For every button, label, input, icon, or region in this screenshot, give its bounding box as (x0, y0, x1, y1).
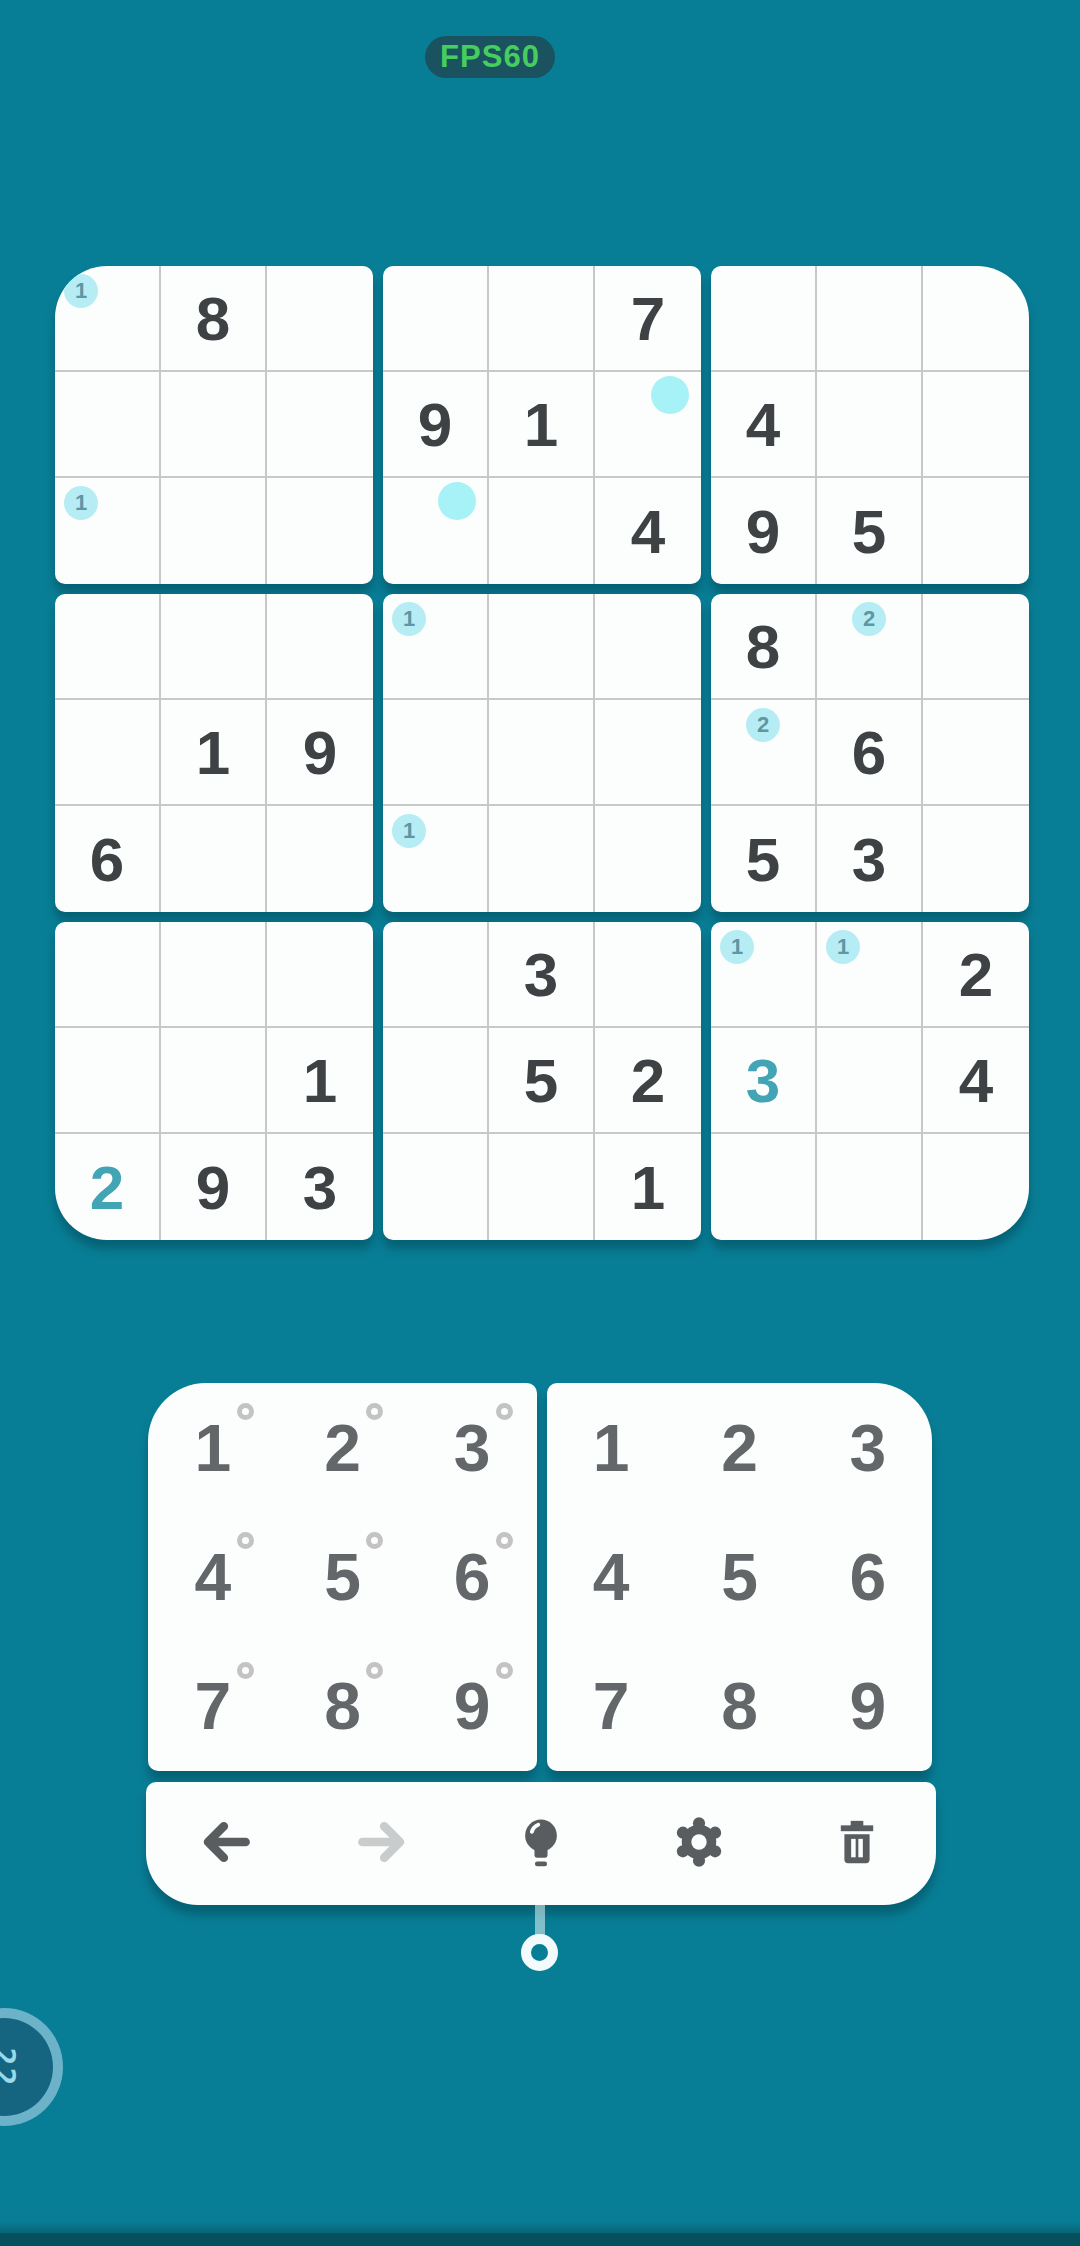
cell-r3c7[interactable]: 9 (711, 478, 817, 584)
cell-r9c3[interactable]: 3 (267, 1134, 373, 1240)
note-ring-icon (496, 1662, 513, 1679)
notes-pad-button-4[interactable]: 4 (148, 1512, 278, 1641)
number-pad-button-8[interactable]: 8 (675, 1642, 803, 1771)
notes-pad-button-5[interactable]: 5 (278, 1512, 408, 1641)
pad-digit-label: 8 (324, 1668, 361, 1744)
given-digit: 5 (489, 1028, 593, 1132)
cell-r3c3[interactable] (267, 478, 373, 584)
pad-digit-label: 5 (721, 1539, 758, 1615)
pencil-note: 2 (746, 708, 780, 742)
pad-digit-label: 9 (849, 1668, 886, 1744)
given-digit: 4 (923, 1028, 1029, 1132)
given-digit: 1 (489, 372, 593, 476)
cell-r3c1[interactable]: 1 (55, 478, 161, 584)
cell-r7c8[interactable]: 1 (817, 922, 923, 1028)
given-digit: 7 (595, 266, 701, 370)
cell-r1c8[interactable] (817, 266, 923, 372)
settings-button[interactable] (620, 1782, 778, 1905)
cell-r5c7[interactable]: 2 (711, 700, 817, 806)
cell-r5c6[interactable] (595, 700, 701, 806)
trash-icon (830, 1815, 884, 1873)
given-digit: 3 (267, 1134, 373, 1240)
user-digit: 3 (711, 1028, 815, 1132)
box-9: 11234 (711, 922, 1029, 1240)
redo-button[interactable] (304, 1782, 462, 1905)
given-digit: 2 (595, 1028, 701, 1132)
cell-r1c1[interactable]: 1 (55, 266, 161, 372)
redo-icon (354, 1813, 412, 1875)
given-digit: 6 (55, 806, 159, 912)
cell-r9c5[interactable] (489, 1134, 595, 1240)
note-ring-icon (366, 1662, 383, 1679)
undo-icon (196, 1813, 254, 1875)
number-pad-button-1[interactable]: 1 (547, 1383, 675, 1512)
cell-r4c2[interactable] (161, 594, 267, 700)
note-dot (651, 376, 689, 414)
given-digit: 9 (383, 372, 487, 476)
given-digit: 4 (595, 478, 701, 584)
given-digit: 8 (711, 594, 815, 698)
pad-digit-label: 7 (194, 1668, 231, 1744)
hint-button[interactable] (462, 1782, 620, 1905)
cell-r3c6[interactable]: 4 (595, 478, 701, 584)
pad-digit-label: 1 (194, 1410, 231, 1486)
pad-digit-label: 6 (454, 1539, 491, 1615)
debug-badge-label: 22 (0, 2047, 22, 2087)
pencil-note: 1 (392, 814, 426, 848)
user-digit: 2 (55, 1134, 159, 1240)
note-dot (438, 482, 476, 520)
cell-r9c1[interactable]: 2 (55, 1134, 161, 1240)
note-ring-icon (496, 1403, 513, 1420)
drag-handle[interactable] (521, 1934, 558, 1971)
cell-r6c7[interactable]: 5 (711, 806, 817, 912)
cell-r4c5[interactable] (489, 594, 595, 700)
cell-r6c8[interactable]: 3 (817, 806, 923, 912)
number-pad-button-7[interactable]: 7 (547, 1642, 675, 1771)
cell-r2c2[interactable] (161, 372, 267, 478)
cell-r3c8[interactable]: 5 (817, 478, 923, 584)
toolbar (146, 1782, 936, 1905)
cell-r1c7[interactable] (711, 266, 817, 372)
undo-button[interactable] (146, 1782, 304, 1905)
cell-r7c6[interactable] (595, 922, 701, 1028)
cell-r3c5[interactable] (489, 478, 595, 584)
lightbulb-icon (513, 1814, 569, 1874)
cell-r8c4[interactable] (383, 1028, 489, 1134)
cell-r5c8[interactable]: 6 (817, 700, 923, 806)
sudoku-game-screen: FPS60 1817914495196118226531293352111234… (0, 0, 1080, 2246)
pad-digit-label: 5 (324, 1539, 361, 1615)
pad-digit-label: 3 (454, 1410, 491, 1486)
debug-badge: 22 (0, 2008, 63, 2126)
cell-r9c4[interactable] (383, 1134, 489, 1240)
box-7: 1293 (55, 922, 373, 1240)
box-4: 196 (55, 594, 373, 912)
pencil-note: 1 (720, 930, 754, 964)
cell-r4c6[interactable] (595, 594, 701, 700)
pad-digit-label: 4 (194, 1539, 231, 1615)
cell-r5c5[interactable] (489, 700, 595, 806)
pad-digit-label: 6 (849, 1539, 886, 1615)
cell-r1c3[interactable] (267, 266, 373, 372)
given-digit: 5 (711, 806, 815, 912)
pad-digit-label: 4 (593, 1539, 630, 1615)
given-digit: 1 (267, 1028, 373, 1132)
number-pad-button-2[interactable]: 2 (675, 1383, 803, 1512)
cell-r1c4[interactable] (383, 266, 489, 372)
notes-pad-button-3[interactable]: 3 (407, 1383, 537, 1512)
given-digit: 9 (711, 478, 815, 584)
pad-digit-label: 9 (454, 1668, 491, 1744)
cell-r8c3[interactable]: 1 (267, 1028, 373, 1134)
cell-r5c2[interactable]: 1 (161, 700, 267, 806)
cell-r8c7[interactable]: 3 (711, 1028, 817, 1134)
pencil-note: 1 (392, 602, 426, 636)
cell-r9c2[interactable]: 9 (161, 1134, 267, 1240)
cell-r2c4[interactable]: 9 (383, 372, 489, 478)
cell-r2c9[interactable] (923, 372, 1029, 478)
cell-r2c6[interactable] (595, 372, 701, 478)
notes-pad-button-7[interactable]: 7 (148, 1642, 278, 1771)
cell-r5c9[interactable] (923, 700, 1029, 806)
cell-r5c3[interactable]: 9 (267, 700, 373, 806)
cell-r7c4[interactable] (383, 922, 489, 1028)
cell-r4c8[interactable]: 2 (817, 594, 923, 700)
pad-digit-label: 3 (849, 1410, 886, 1486)
cell-r9c6[interactable]: 1 (595, 1134, 701, 1240)
cell-r7c5[interactable]: 3 (489, 922, 595, 1028)
given-digit: 1 (161, 700, 265, 804)
pencil-note: 1 (826, 930, 860, 964)
cell-r8c2[interactable] (161, 1028, 267, 1134)
note-ring-icon (366, 1403, 383, 1420)
cell-r8c9[interactable]: 4 (923, 1028, 1029, 1134)
number-pad-button-4[interactable]: 4 (547, 1512, 675, 1641)
number-pad-button-9[interactable]: 9 (804, 1642, 932, 1771)
given-digit: 2 (923, 922, 1029, 1026)
note-ring-icon (237, 1532, 254, 1549)
cell-r7c7[interactable]: 1 (711, 922, 817, 1028)
number-pad-button-6[interactable]: 6 (804, 1512, 932, 1641)
pad-digit-label: 2 (721, 1410, 758, 1486)
notes-pad-button-9[interactable]: 9 (407, 1642, 537, 1771)
given-digit: 3 (489, 922, 593, 1026)
cell-r4c4[interactable]: 1 (383, 594, 489, 700)
pad-digit-label: 2 (324, 1410, 361, 1486)
notes-pad-button-6[interactable]: 6 (407, 1512, 537, 1641)
box-3: 495 (711, 266, 1029, 584)
note-ring-icon (366, 1532, 383, 1549)
cell-r1c9[interactable] (923, 266, 1029, 372)
cell-r2c5[interactable]: 1 (489, 372, 595, 478)
cell-r6c6[interactable] (595, 806, 701, 912)
cell-r9c7[interactable] (711, 1134, 817, 1240)
box-5: 11 (383, 594, 701, 912)
cell-r2c7[interactable]: 4 (711, 372, 817, 478)
cell-r4c3[interactable] (267, 594, 373, 700)
fps-badge: FPS60 (425, 36, 555, 78)
cell-r4c7[interactable]: 8 (711, 594, 817, 700)
cell-r3c2[interactable] (161, 478, 267, 584)
cell-r5c1[interactable] (55, 700, 161, 806)
cell-r7c3[interactable] (267, 922, 373, 1028)
box-8: 3521 (383, 922, 701, 1240)
cell-r6c4[interactable]: 1 (383, 806, 489, 912)
cell-r3c4[interactable] (383, 478, 489, 584)
cell-r9c9[interactable] (923, 1134, 1029, 1240)
number-pad: 123456789 (547, 1383, 932, 1771)
fps-label: FPS60 (440, 39, 540, 75)
number-pad-button-5[interactable]: 5 (675, 1512, 803, 1641)
system-navigation-bar[interactable] (0, 2233, 1080, 2246)
cell-r8c1[interactable] (55, 1028, 161, 1134)
cell-r4c1[interactable] (55, 594, 161, 700)
box-2: 7914 (383, 266, 701, 584)
given-digit: 1 (595, 1134, 701, 1240)
cell-r2c3[interactable] (267, 372, 373, 478)
pad-digit-label: 8 (721, 1668, 758, 1744)
cell-r2c1[interactable] (55, 372, 161, 478)
cell-r6c2[interactable] (161, 806, 267, 912)
cell-r2c8[interactable] (817, 372, 923, 478)
pad-digit-label: 1 (593, 1410, 630, 1486)
cell-r9c8[interactable] (817, 1134, 923, 1240)
note-ring-icon (237, 1662, 254, 1679)
given-digit: 5 (817, 478, 921, 584)
cell-r7c2[interactable] (161, 922, 267, 1028)
pencil-note: 2 (852, 602, 886, 636)
cell-r6c1[interactable]: 6 (55, 806, 161, 912)
cell-r1c6[interactable]: 7 (595, 266, 701, 372)
given-digit: 4 (711, 372, 815, 476)
sudoku-board: 1817914495196118226531293352111234 (55, 266, 1029, 1240)
given-digit: 6 (817, 700, 921, 804)
given-digit: 8 (161, 266, 265, 370)
notes-pad-button-1[interactable]: 1 (148, 1383, 278, 1512)
notes-pad-button-8[interactable]: 8 (278, 1642, 408, 1771)
erase-button[interactable] (778, 1782, 936, 1905)
cell-r6c3[interactable] (267, 806, 373, 912)
cell-r3c9[interactable] (923, 478, 1029, 584)
box-6: 822653 (711, 594, 1029, 912)
given-digit: 3 (817, 806, 921, 912)
notes-pad-button-2[interactable]: 2 (278, 1383, 408, 1512)
cell-r8c6[interactable]: 2 (595, 1028, 701, 1134)
pad-digit-label: 7 (593, 1668, 630, 1744)
gear-icon (671, 1814, 727, 1874)
given-digit: 9 (267, 700, 373, 804)
note-ring-icon (496, 1532, 513, 1549)
box-1: 181 (55, 266, 373, 584)
cell-r6c5[interactable] (489, 806, 595, 912)
note-ring-icon (237, 1403, 254, 1420)
navigation-bar-shadow (0, 2221, 1080, 2233)
cell-r1c5[interactable] (489, 266, 595, 372)
cell-r8c5[interactable]: 5 (489, 1028, 595, 1134)
notes-number-pad: 123456789 (148, 1383, 537, 1771)
cell-r1c2[interactable]: 8 (161, 266, 267, 372)
given-digit: 9 (161, 1134, 265, 1240)
number-pad-button-3[interactable]: 3 (804, 1383, 932, 1512)
cell-r4c9[interactable] (923, 594, 1029, 700)
cell-r5c4[interactable] (383, 700, 489, 806)
cell-r8c8[interactable] (817, 1028, 923, 1134)
cell-r7c1[interactable] (55, 922, 161, 1028)
cell-r7c9[interactable]: 2 (923, 922, 1029, 1028)
pencil-note: 1 (64, 274, 98, 308)
cell-r6c9[interactable] (923, 806, 1029, 912)
pencil-note: 1 (64, 486, 98, 520)
